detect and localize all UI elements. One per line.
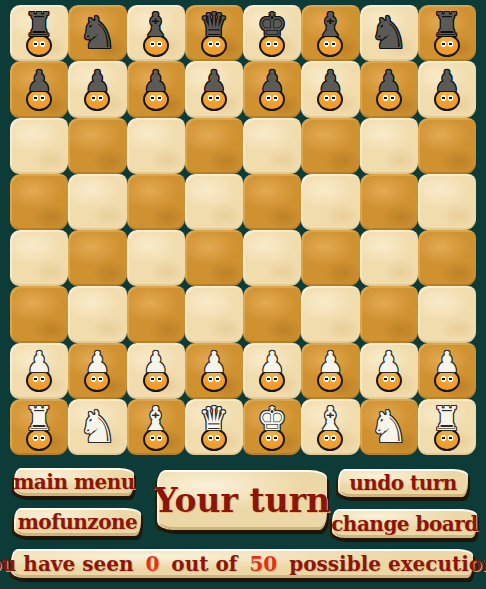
- square-h2[interactable]: ♟: [418, 343, 476, 399]
- piece-black-bishop[interactable]: ♝: [316, 9, 346, 56]
- square-g4[interactable]: [360, 230, 418, 286]
- rook-glyph: ♜: [24, 9, 54, 40]
- status-suffix: possible executions: [289, 552, 486, 576]
- square-a6[interactable]: [10, 118, 68, 174]
- piece-white-king[interactable]: ♚: [257, 403, 287, 450]
- pawn-glyph: ♟: [376, 349, 402, 377]
- pawn-glyph: ♟: [143, 68, 169, 96]
- square-c3[interactable]: [127, 286, 185, 342]
- square-d5[interactable]: [185, 174, 243, 230]
- square-b1[interactable]: ♞: [68, 399, 126, 455]
- square-c5[interactable]: [127, 174, 185, 230]
- square-b3[interactable]: [68, 286, 126, 342]
- pawn-glyph: ♟: [84, 349, 110, 377]
- square-e3[interactable]: [243, 286, 301, 342]
- square-g7[interactable]: ♟: [360, 61, 418, 117]
- square-g1[interactable]: ♞: [360, 399, 418, 455]
- status-mid: out of: [171, 552, 237, 576]
- square-d3[interactable]: [185, 286, 243, 342]
- square-d4[interactable]: [185, 230, 243, 286]
- square-g2[interactable]: ♟: [360, 343, 418, 399]
- square-h7[interactable]: ♟: [418, 61, 476, 117]
- piece-white-knight[interactable]: ♞: [78, 406, 117, 448]
- square-b7[interactable]: ♟: [68, 61, 126, 117]
- change-board-label: change board: [331, 512, 478, 536]
- square-b5[interactable]: [68, 174, 126, 230]
- square-a4[interactable]: [10, 230, 68, 286]
- piece-white-pawn[interactable]: ♟: [376, 349, 402, 393]
- piece-white-pawn[interactable]: ♟: [84, 349, 110, 393]
- pawn-glyph: ♟: [434, 349, 460, 377]
- turn-indicator: Your turn: [157, 470, 327, 530]
- piece-black-queen[interactable]: ♛: [199, 9, 229, 56]
- queen-glyph: ♛: [199, 9, 229, 40]
- square-e4[interactable]: [243, 230, 301, 286]
- knight-glyph: ♞: [78, 406, 117, 448]
- square-e8[interactable]: ♚: [243, 5, 301, 61]
- piece-black-pawn[interactable]: ♟: [376, 68, 402, 112]
- piece-white-bishop[interactable]: ♝: [141, 403, 171, 450]
- piece-black-rook[interactable]: ♜: [24, 9, 54, 56]
- square-a2[interactable]: ♟: [10, 343, 68, 399]
- square-f7[interactable]: ♟: [301, 61, 359, 117]
- piece-white-rook[interactable]: ♜: [24, 403, 54, 450]
- square-g6[interactable]: [360, 118, 418, 174]
- square-f2[interactable]: ♟: [301, 343, 359, 399]
- piece-white-bishop[interactable]: ♝: [316, 403, 346, 450]
- bishop-glyph: ♝: [141, 9, 171, 40]
- square-f5[interactable]: [301, 174, 359, 230]
- piece-white-queen[interactable]: ♛: [199, 403, 229, 450]
- pawn-glyph: ♟: [317, 349, 343, 377]
- piece-black-pawn[interactable]: ♟: [26, 68, 52, 112]
- piece-white-pawn[interactable]: ♟: [201, 349, 227, 393]
- piece-black-king[interactable]: ♚: [257, 9, 287, 56]
- pawn-glyph: ♟: [376, 68, 402, 96]
- piece-black-pawn[interactable]: ♟: [143, 68, 169, 112]
- piece-black-pawn[interactable]: ♟: [259, 68, 285, 112]
- piece-black-knight[interactable]: ♞: [369, 12, 408, 54]
- piece-black-bishop[interactable]: ♝: [141, 9, 171, 56]
- piece-white-pawn[interactable]: ♟: [259, 349, 285, 393]
- square-d1[interactable]: ♛: [185, 399, 243, 455]
- square-c1[interactable]: ♝: [127, 399, 185, 455]
- square-f8[interactable]: ♝: [301, 5, 359, 61]
- king-glyph: ♚: [257, 9, 287, 40]
- square-a5[interactable]: [10, 174, 68, 230]
- pawn-glyph: ♟: [259, 68, 285, 96]
- square-f6[interactable]: [301, 118, 359, 174]
- status-prefix: You have seen: [0, 552, 133, 576]
- square-e2[interactable]: ♟: [243, 343, 301, 399]
- square-c7[interactable]: ♟: [127, 61, 185, 117]
- rook-glyph: ♜: [24, 403, 54, 434]
- square-h4[interactable]: [418, 230, 476, 286]
- pawn-glyph: ♟: [434, 68, 460, 96]
- piece-white-knight[interactable]: ♞: [369, 406, 408, 448]
- piece-black-rook[interactable]: ♜: [432, 9, 462, 56]
- square-c4[interactable]: [127, 230, 185, 286]
- square-h1[interactable]: ♜: [418, 399, 476, 455]
- square-b6[interactable]: [68, 118, 126, 174]
- square-b4[interactable]: [68, 230, 126, 286]
- piece-white-pawn[interactable]: ♟: [434, 349, 460, 393]
- pawn-glyph: ♟: [143, 349, 169, 377]
- piece-black-pawn[interactable]: ♟: [201, 68, 227, 112]
- piece-black-knight[interactable]: ♞: [78, 12, 117, 54]
- square-h3[interactable]: [418, 286, 476, 342]
- square-d8[interactable]: ♛: [185, 5, 243, 61]
- pawn-glyph: ♟: [201, 68, 227, 96]
- executions-seen-count: 0: [139, 552, 165, 576]
- square-g5[interactable]: [360, 174, 418, 230]
- executions-status-bar: You have seen 0 out of 50 possible execu…: [11, 549, 473, 578]
- square-b2[interactable]: ♟: [68, 343, 126, 399]
- piece-black-pawn[interactable]: ♟: [84, 68, 110, 112]
- pawn-glyph: ♟: [317, 68, 343, 96]
- piece-black-pawn[interactable]: ♟: [317, 68, 343, 112]
- pawn-glyph: ♟: [84, 68, 110, 96]
- chess-board: ♜♞♝♛♚♝♞♜♟♟♟♟♟♟♟♟♟♟♟♟♟♟♟♟♜♞♝♛♚♝♞♜: [10, 5, 476, 455]
- queen-glyph: ♛: [199, 403, 229, 434]
- square-g3[interactable]: [360, 286, 418, 342]
- square-d2[interactable]: ♟: [185, 343, 243, 399]
- square-e5[interactable]: [243, 174, 301, 230]
- square-a1[interactable]: ♜: [10, 399, 68, 455]
- rook-glyph: ♜: [432, 403, 462, 434]
- square-a7[interactable]: ♟: [10, 61, 68, 117]
- change-board-button[interactable]: change board: [332, 509, 477, 538]
- mofunzone-label: mofunzone: [18, 510, 138, 534]
- knight-glyph: ♞: [369, 12, 408, 54]
- undo-turn-label: undo turn: [349, 471, 457, 495]
- square-b8[interactable]: ♞: [68, 5, 126, 61]
- square-f1[interactable]: ♝: [301, 399, 359, 455]
- square-d6[interactable]: [185, 118, 243, 174]
- knight-glyph: ♞: [78, 12, 117, 54]
- bishop-glyph: ♝: [316, 9, 346, 40]
- main-menu-label: main menu: [13, 470, 135, 494]
- undo-turn-button[interactable]: undo turn: [338, 469, 468, 497]
- piece-white-rook[interactable]: ♜: [432, 403, 462, 450]
- main-menu-button[interactable]: main menu: [14, 468, 134, 496]
- turn-indicator-label: Your turn: [154, 481, 330, 520]
- square-c8[interactable]: ♝: [127, 5, 185, 61]
- square-e1[interactable]: ♚: [243, 399, 301, 455]
- square-a3[interactable]: [10, 286, 68, 342]
- knight-glyph: ♞: [369, 406, 408, 448]
- square-e6[interactable]: [243, 118, 301, 174]
- square-c2[interactable]: ♟: [127, 343, 185, 399]
- bishop-glyph: ♝: [316, 403, 346, 434]
- executions-total-count: 50: [243, 552, 283, 576]
- piece-white-pawn[interactable]: ♟: [143, 349, 169, 393]
- square-f4[interactable]: [301, 230, 359, 286]
- piece-white-pawn[interactable]: ♟: [317, 349, 343, 393]
- square-e7[interactable]: ♟: [243, 61, 301, 117]
- square-h6[interactable]: [418, 118, 476, 174]
- piece-white-pawn[interactable]: ♟: [26, 349, 52, 393]
- bishop-glyph: ♝: [141, 403, 171, 434]
- mofunzone-button[interactable]: mofunzone: [14, 508, 141, 536]
- pawn-glyph: ♟: [201, 349, 227, 377]
- piece-black-pawn[interactable]: ♟: [434, 68, 460, 112]
- square-f3[interactable]: [301, 286, 359, 342]
- square-a8[interactable]: ♜: [10, 5, 68, 61]
- rook-glyph: ♜: [432, 9, 462, 40]
- pawn-glyph: ♟: [259, 349, 285, 377]
- square-g8[interactable]: ♞: [360, 5, 418, 61]
- king-glyph: ♚: [257, 403, 287, 434]
- square-h5[interactable]: [418, 174, 476, 230]
- square-h8[interactable]: ♜: [418, 5, 476, 61]
- pawn-glyph: ♟: [26, 349, 52, 377]
- square-c6[interactable]: [127, 118, 185, 174]
- pawn-glyph: ♟: [26, 68, 52, 96]
- square-d7[interactable]: ♟: [185, 61, 243, 117]
